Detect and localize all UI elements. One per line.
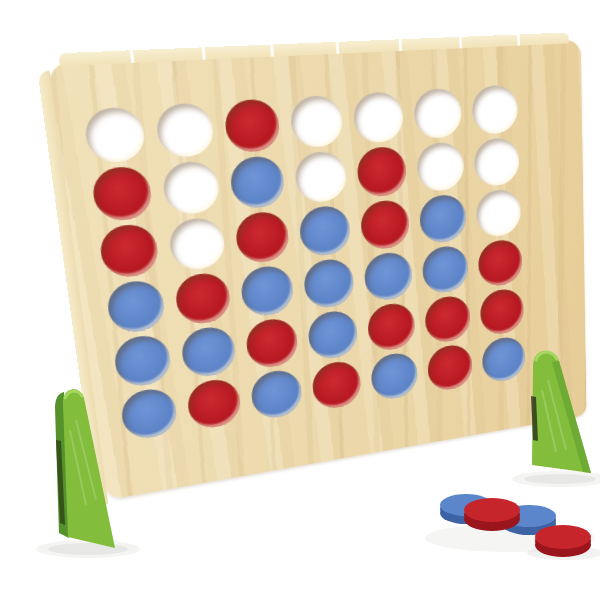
loose-disc-red-2[interactable] — [535, 525, 591, 557]
left-stand — [55, 389, 115, 548]
connect-four-scene — [0, 0, 600, 600]
right-stand — [531, 351, 591, 473]
foreground-layer — [0, 0, 600, 600]
loose-disc-red-1[interactable] — [464, 498, 520, 531]
